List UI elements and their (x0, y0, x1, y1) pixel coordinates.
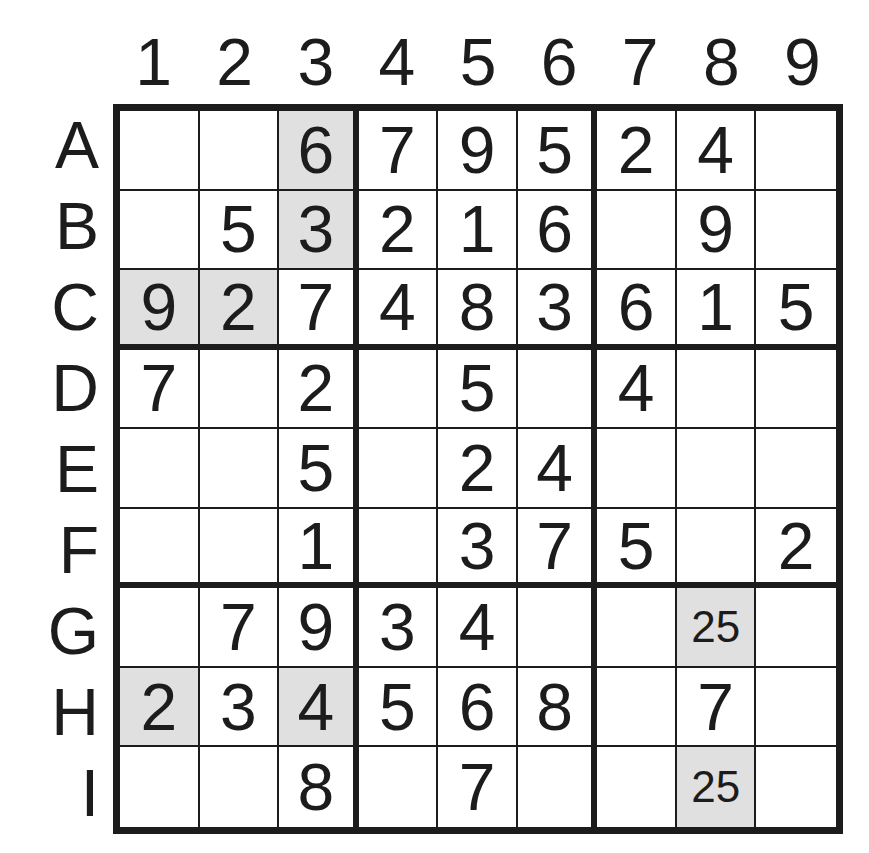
cell-F8[interactable] (677, 509, 757, 589)
cell-E5[interactable]: 2 (438, 429, 518, 509)
column-labels: 123456789 (113, 14, 843, 104)
cell-G9[interactable] (756, 588, 836, 668)
cell-A8[interactable]: 4 (677, 111, 757, 191)
cell-A2[interactable] (200, 111, 280, 191)
row-label-E: E (0, 428, 113, 509)
row-labels: ABCDEFGHI (0, 104, 113, 834)
cell-G7[interactable] (597, 588, 677, 668)
cell-C8[interactable]: 1 (677, 270, 757, 350)
row-label-F: F (0, 510, 113, 591)
cell-H5[interactable]: 6 (438, 668, 518, 748)
cell-B1[interactable] (120, 191, 200, 271)
cell-C9[interactable]: 5 (756, 270, 836, 350)
cell-E4[interactable] (359, 429, 439, 509)
column-label-1: 1 (113, 14, 194, 104)
cell-I7[interactable] (597, 747, 677, 827)
cell-C6[interactable]: 3 (518, 270, 598, 350)
cell-C1[interactable]: 9 (120, 270, 200, 350)
cell-B5[interactable]: 1 (438, 191, 518, 271)
column-label-7: 7 (600, 14, 681, 104)
cell-I9[interactable] (756, 747, 836, 827)
row-label-C: C (0, 266, 113, 347)
column-label-5: 5 (437, 14, 518, 104)
cell-E1[interactable] (120, 429, 200, 509)
cell-I5[interactable]: 7 (438, 747, 518, 827)
cell-I6[interactable] (518, 747, 598, 827)
cell-D1[interactable]: 7 (120, 350, 200, 430)
cell-B3[interactable]: 3 (279, 191, 359, 271)
cell-F3[interactable]: 1 (279, 509, 359, 589)
cell-E6[interactable]: 4 (518, 429, 598, 509)
cell-B9[interactable] (756, 191, 836, 271)
row-label-A: A (0, 104, 113, 185)
cell-F4[interactable] (359, 509, 439, 589)
cell-A6[interactable]: 5 (518, 111, 598, 191)
cell-I1[interactable] (120, 747, 200, 827)
cell-B6[interactable]: 6 (518, 191, 598, 271)
sudoku-board: 6795245321699274836157254524137527934252… (113, 104, 843, 834)
cell-G2[interactable]: 7 (200, 588, 280, 668)
cell-E8[interactable] (677, 429, 757, 509)
cell-G5[interactable]: 4 (438, 588, 518, 668)
cell-A9[interactable] (756, 111, 836, 191)
cell-E9[interactable] (756, 429, 836, 509)
cell-A7[interactable]: 2 (597, 111, 677, 191)
cell-I8[interactable]: 25 (677, 747, 757, 827)
row-label-H: H (0, 672, 113, 753)
column-label-2: 2 (194, 14, 275, 104)
cell-A5[interactable]: 9 (438, 111, 518, 191)
cell-I4[interactable] (359, 747, 439, 827)
row-label-G: G (0, 591, 113, 672)
cell-C7[interactable]: 6 (597, 270, 677, 350)
cell-H2[interactable]: 3 (200, 668, 280, 748)
cell-H8[interactable]: 7 (677, 668, 757, 748)
cell-F7[interactable]: 5 (597, 509, 677, 589)
cell-D2[interactable] (200, 350, 280, 430)
cell-I3[interactable]: 8 (279, 747, 359, 827)
cell-B4[interactable]: 2 (359, 191, 439, 271)
cell-F1[interactable] (120, 509, 200, 589)
cell-E2[interactable] (200, 429, 280, 509)
cell-B7[interactable] (597, 191, 677, 271)
cell-D9[interactable] (756, 350, 836, 430)
cell-H7[interactable] (597, 668, 677, 748)
cell-H3[interactable]: 4 (279, 668, 359, 748)
cell-H9[interactable] (756, 668, 836, 748)
cell-B8[interactable]: 9 (677, 191, 757, 271)
column-label-4: 4 (356, 14, 437, 104)
cell-D7[interactable]: 4 (597, 350, 677, 430)
cell-E7[interactable] (597, 429, 677, 509)
cell-G6[interactable] (518, 588, 598, 668)
cell-G4[interactable]: 3 (359, 588, 439, 668)
row-label-B: B (0, 185, 113, 266)
column-label-6: 6 (519, 14, 600, 104)
cell-H1[interactable]: 2 (120, 668, 200, 748)
cell-D3[interactable]: 2 (279, 350, 359, 430)
column-label-3: 3 (275, 14, 356, 104)
row-label-I: I (0, 753, 113, 834)
cell-A3[interactable]: 6 (279, 111, 359, 191)
cell-C4[interactable]: 4 (359, 270, 439, 350)
sudoku-page: 123456789 ABCDEFGHI 67952453216992748361… (0, 0, 869, 853)
cell-F6[interactable]: 7 (518, 509, 598, 589)
row-label-D: D (0, 347, 113, 428)
cell-G3[interactable]: 9 (279, 588, 359, 668)
cell-F5[interactable]: 3 (438, 509, 518, 589)
cell-C5[interactable]: 8 (438, 270, 518, 350)
cell-D8[interactable] (677, 350, 757, 430)
cell-B2[interactable]: 5 (200, 191, 280, 271)
cell-D5[interactable]: 5 (438, 350, 518, 430)
cell-C3[interactable]: 7 (279, 270, 359, 350)
cell-H6[interactable]: 8 (518, 668, 598, 748)
cell-D6[interactable] (518, 350, 598, 430)
cell-D4[interactable] (359, 350, 439, 430)
cell-F2[interactable] (200, 509, 280, 589)
cell-A4[interactable]: 7 (359, 111, 439, 191)
cell-A1[interactable] (120, 111, 200, 191)
cell-E3[interactable]: 5 (279, 429, 359, 509)
column-label-8: 8 (681, 14, 762, 104)
cell-G1[interactable] (120, 588, 200, 668)
cell-F9[interactable]: 2 (756, 509, 836, 589)
cell-H4[interactable]: 5 (359, 668, 439, 748)
column-label-9: 9 (762, 14, 843, 104)
cell-C2[interactable]: 2 (200, 270, 280, 350)
cell-I2[interactable] (200, 747, 280, 827)
cell-G8[interactable]: 25 (677, 588, 757, 668)
